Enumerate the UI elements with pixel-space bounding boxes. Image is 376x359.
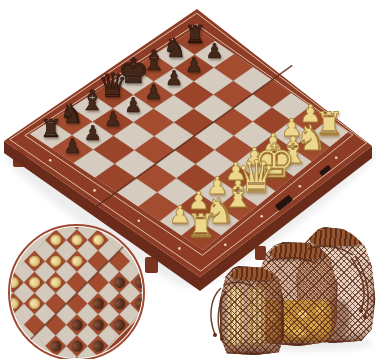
checkers-inset-clip [11,227,142,358]
mesh-bag-small [219,266,284,355]
product-photo: ♜♞♝♛♚♝♞♜♟♟♟♟♟♟♟♟♟♟♟♟♟♟♟♟♜♞♝♛♚♝♞♜ [0,0,376,359]
checkers-inset [8,224,145,359]
